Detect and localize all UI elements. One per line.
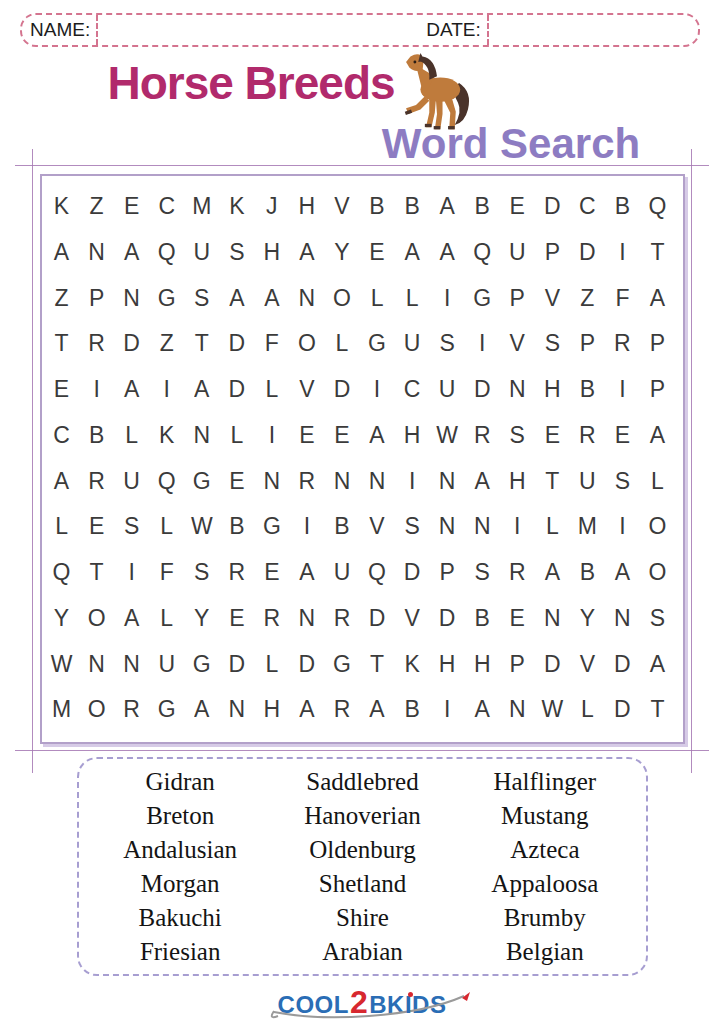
grid-cell-r8c5[interactable]: W [184,503,219,551]
grid-cell-r8c13[interactable]: N [465,503,500,551]
grid-cell-r4c6[interactable]: D [219,320,254,368]
grid-cell-r9c16[interactable]: B [570,549,605,597]
grid-cell-r11c9[interactable]: G [324,640,359,688]
grid-cell-r10c1[interactable]: Y [44,595,79,643]
grid-cell-r10c6[interactable]: E [219,595,254,643]
grid-cell-r7c7[interactable]: N [254,457,289,505]
grid-cell-r2c9[interactable]: Y [324,229,359,277]
logo-text-bk: BK [369,991,405,1019]
grid-cell-r2c7[interactable]: H [254,229,289,277]
date-input[interactable] [487,15,698,45]
grid-cell-r12c4[interactable]: G [149,686,184,734]
grid-cell-r8c1[interactable]: L [44,503,79,551]
grid-cell-r9c8[interactable]: A [289,549,324,597]
grid-cell-r3c1[interactable]: Z [44,274,79,322]
grid-cell-r8c14[interactable]: I [500,503,535,551]
grid-cell-r1c18[interactable]: Q [640,183,675,231]
grid-cell-r9c3[interactable]: I [114,549,149,597]
grid-cell-r6c15[interactable]: E [535,412,570,460]
grid-cell-r6c14[interactable]: S [500,412,535,460]
grid-cell-r6c13[interactable]: R [465,412,500,460]
grid-cell-r9c18[interactable]: O [640,549,675,597]
grid-cell-r8c12[interactable]: N [430,503,465,551]
grid-cell-r9c4[interactable]: F [149,549,184,597]
grid-cell-r2c3[interactable]: A [114,229,149,277]
grid-cell-r10c15[interactable]: N [535,595,570,643]
frame-right-line [691,149,692,773]
grid-cell-r11c8[interactable]: D [289,640,324,688]
grid-cell-r2c15[interactable]: P [535,229,570,277]
cool2bkids-logo: COOL2BKIDS [278,984,447,1021]
grid-cell-r11c18[interactable]: A [640,640,675,688]
grid-cell-r9c6[interactable]: R [219,549,254,597]
grid-cell-r4c2[interactable]: R [79,320,114,368]
grid-cell-r3c17[interactable]: F [605,274,640,322]
grid-cell-r4c11[interactable]: U [395,320,430,368]
grid-cell-r5c5[interactable]: A [184,366,219,414]
grid-cell-r12c10[interactable]: A [360,686,395,734]
grid-cell-r2c10[interactable]: E [360,229,395,277]
grid-cell-r9c13[interactable]: S [465,549,500,597]
grid-cell-r3c12[interactable]: I [430,274,465,322]
grid-cell-r1c17[interactable]: B [605,183,640,231]
grid-cell-r9c17[interactable]: A [605,549,640,597]
grid-cell-r4c14[interactable]: V [500,320,535,368]
grid-cell-r8c3[interactable]: S [114,503,149,551]
grid-cell-r8c16[interactable]: M [570,503,605,551]
grid-cell-r12c11[interactable]: B [395,686,430,734]
grid-cell-r5c17[interactable]: I [605,366,640,414]
grid-cell-r6c5[interactable]: N [184,412,219,460]
grid-cell-r6c3[interactable]: L [114,412,149,460]
letter-grid: KZECMKJHVBBABEDCBQANAQUSHAYEAAQUPDITZPNG… [42,176,683,742]
grid-cell-r7c16[interactable]: U [570,457,605,505]
grid-cell-r6c9[interactable]: E [324,412,359,460]
grid-cell-r10c8[interactable]: N [289,595,324,643]
name-input[interactable] [96,15,418,45]
grid-cell-r6c8[interactable]: E [289,412,324,460]
grid-cell-r11c6[interactable]: D [219,640,254,688]
grid-cell-r3c7[interactable]: A [254,274,289,322]
grid-cell-r2c5[interactable]: U [184,229,219,277]
grid-cell-r10c11[interactable]: V [395,595,430,643]
logo-text-cool: COOL [278,991,349,1019]
word-item-halflinger: Halflinger [454,765,636,799]
grid-cell-r12c13[interactable]: A [465,686,500,734]
grid-cell-r11c14[interactable]: P [500,640,535,688]
grid-cell-r5c4[interactable]: I [149,366,184,414]
grid-cell-r8c6[interactable]: B [219,503,254,551]
grid-cell-r11c2[interactable]: N [79,640,114,688]
grid-cell-r11c13[interactable]: H [465,640,500,688]
grid-cell-r11c12[interactable]: H [430,640,465,688]
grid-cell-r5c14[interactable]: N [500,366,535,414]
grid-cell-r6c18[interactable]: A [640,412,675,460]
grid-cell-r12c8[interactable]: A [289,686,324,734]
grid-cell-r5c7[interactable]: L [254,366,289,414]
word-item-brumby: Brumby [454,900,636,934]
grid-cell-r4c1[interactable]: T [44,320,79,368]
grid-cell-r9c9[interactable]: U [324,549,359,597]
worksheet-page: NAME: DATE: Horse Breeds [0,0,724,1024]
grid-cell-r7c4[interactable]: Q [149,457,184,505]
word-list-box: GidranSaddlebredHalflingerBretonHanoveri… [77,757,648,976]
grid-cell-r12c5[interactable]: A [184,686,219,734]
grid-cell-r6c16[interactable]: R [570,412,605,460]
grid-cell-r9c2[interactable]: T [79,549,114,597]
grid-cell-r10c3[interactable]: A [114,595,149,643]
grid-cell-r12c7[interactable]: H [254,686,289,734]
grid-cell-r3c15[interactable]: V [535,274,570,322]
grid-cell-r2c11[interactable]: A [395,229,430,277]
grid-cell-r2c8[interactable]: A [289,229,324,277]
word-list: GidranSaddlebredHalflingerBretonHanoveri… [79,759,646,974]
grid-cell-r1c9[interactable]: V [324,183,359,231]
grid-cell-r3c2[interactable]: P [79,274,114,322]
grid-cell-r2c13[interactable]: Q [465,229,500,277]
grid-cell-r4c18[interactable]: P [640,320,675,368]
grid-cell-r6c12[interactable]: W [430,412,465,460]
grid-cell-r4c15[interactable]: S [535,320,570,368]
frame-bottom-line [15,750,709,751]
grid-cell-r1c7[interactable]: J [254,183,289,231]
grid-cell-r12c18[interactable]: T [640,686,675,734]
grid-cell-r4c10[interactable]: G [360,320,395,368]
word-item-appaloosa: Appaloosa [454,866,636,900]
grid-cell-r5c15[interactable]: H [535,366,570,414]
word-item-mustang: Mustang [454,799,636,833]
grid-cell-r4c13[interactable]: I [465,320,500,368]
grid-cell-r6c7[interactable]: I [254,412,289,460]
grid-cell-r12c6[interactable]: N [219,686,254,734]
grid-cell-r11c16[interactable]: V [570,640,605,688]
word-item-hanoverian: Hanoverian [271,799,453,833]
grid-cell-r12c9[interactable]: R [324,686,359,734]
grid-cell-r7c14[interactable]: H [500,457,535,505]
grid-cell-r12c3[interactable]: R [114,686,149,734]
grid-cell-r7c11[interactable]: I [395,457,430,505]
grid-cell-r1c1[interactable]: K [44,183,79,231]
word-item-shire: Shire [271,900,453,934]
grid-cell-r5c3[interactable]: A [114,366,149,414]
grid-cell-r3c13[interactable]: G [465,274,500,322]
grid-cell-r8c4[interactable]: L [149,503,184,551]
grid-cell-r12c1[interactable]: M [44,686,79,734]
grid-cell-r2c1[interactable]: A [44,229,79,277]
grid-cell-r9c1[interactable]: Q [44,549,79,597]
grid-cell-r1c11[interactable]: B [395,183,430,231]
frame-top-line [15,165,709,166]
grid-cell-r10c7[interactable]: R [254,595,289,643]
grid-cell-r12c2[interactable]: O [79,686,114,734]
grid-cell-r4c8[interactable]: O [289,320,324,368]
grid-cell-r9c14[interactable]: R [500,549,535,597]
grid-cell-r6c1[interactable]: C [44,412,79,460]
grid-cell-r1c6[interactable]: K [219,183,254,231]
grid-cell-r1c8[interactable]: H [289,183,324,231]
date-label: DATE: [418,15,487,45]
grid-cell-r10c13[interactable]: B [465,595,500,643]
grid-cell-r8c2[interactable]: E [79,503,114,551]
grid-cell-r6c11[interactable]: H [395,412,430,460]
grid-cell-r12c15[interactable]: W [535,686,570,734]
grid-cell-r12c16[interactable]: L [570,686,605,734]
grid-cell-r5c9[interactable]: D [324,366,359,414]
grid-cell-r9c5[interactable]: S [184,549,219,597]
grid-cell-r2c6[interactable]: S [219,229,254,277]
grid-cell-r11c11[interactable]: K [395,640,430,688]
grid-cell-r7c18[interactable]: L [640,457,675,505]
grid-cell-r7c15[interactable]: T [535,457,570,505]
word-item-andalusian: Andalusian [89,833,271,867]
word-item-azteca: Azteca [454,833,636,867]
grid-cell-r7c8[interactable]: R [289,457,324,505]
grid-cell-r10c4[interactable]: L [149,595,184,643]
grid-cell-r11c3[interactable]: N [114,640,149,688]
grid-cell-r10c16[interactable]: Y [570,595,605,643]
grid-cell-r5c12[interactable]: U [430,366,465,414]
word-item-saddlebred: Saddlebred [271,765,453,799]
grid-cell-r3c9[interactable]: O [324,274,359,322]
grid-cell-r2c16[interactable]: D [570,229,605,277]
word-item-oldenburg: Oldenburg [271,833,453,867]
word-item-shetland: Shetland [271,866,453,900]
grid-cell-r6c4[interactable]: K [149,412,184,460]
word-item-bakuchi: Bakuchi [89,900,271,934]
grid-cell-r3c4[interactable]: G [149,274,184,322]
grid-cell-r1c15[interactable]: D [535,183,570,231]
name-date-bar: NAME: DATE: [20,13,700,47]
grid-cell-r10c14[interactable]: E [500,595,535,643]
grid-cell-r7c2[interactable]: R [79,457,114,505]
grid-cell-r3c18[interactable]: A [640,274,675,322]
grid-cell-r1c5[interactable]: M [184,183,219,231]
grid-cell-r9c11[interactable]: D [395,549,430,597]
grid-cell-r11c4[interactable]: U [149,640,184,688]
grid-cell-r2c2[interactable]: N [79,229,114,277]
grid-cell-r8c11[interactable]: S [395,503,430,551]
frame-left-line [32,149,33,773]
grid-cell-r9c12[interactable]: P [430,549,465,597]
grid-cell-r5c13[interactable]: D [465,366,500,414]
grid-cell-r3c8[interactable]: N [289,274,324,322]
grid-cell-r12c12[interactable]: I [430,686,465,734]
grid-cell-r6c6[interactable]: L [219,412,254,460]
grid-cell-r4c3[interactable]: D [114,320,149,368]
grid-cell-r7c5[interactable]: G [184,457,219,505]
grid-cell-r2c14[interactable]: U [500,229,535,277]
word-item-breton: Breton [89,799,271,833]
grid-cell-r8c8[interactable]: I [289,503,324,551]
word-item-arabian: Arabian [271,934,453,968]
grid-cell-r2c17[interactable]: I [605,229,640,277]
grid-cell-r10c10[interactable]: D [360,595,395,643]
grid-cell-r11c17[interactable]: D [605,640,640,688]
word-item-belgian: Belgian [454,934,636,968]
grid-cell-r4c17[interactable]: R [605,320,640,368]
grid-cell-r3c14[interactable]: P [500,274,535,322]
grid-cell-r5c18[interactable]: P [640,366,675,414]
grid-cell-r8c15[interactable]: L [535,503,570,551]
word-item-gidran: Gidran [89,765,271,799]
grid-cell-r8c17[interactable]: I [605,503,640,551]
grid-cell-r3c5[interactable]: S [184,274,219,322]
grid-cell-r3c10[interactable]: L [360,274,395,322]
grid-cell-r1c16[interactable]: C [570,183,605,231]
grid-cell-r1c14[interactable]: E [500,183,535,231]
grid-cell-r8c18[interactable]: O [640,503,675,551]
grid-cell-r12c17[interactable]: D [605,686,640,734]
puzzle-grid-box: KZECMKJHVBBABEDCBQANAQUSHAYEAAQUPDITZPNG… [40,174,685,744]
grid-cell-r3c3[interactable]: N [114,274,149,322]
grid-cell-r10c5[interactable]: Y [184,595,219,643]
logo-text-i: I [405,991,412,1019]
grid-cell-r6c10[interactable]: A [360,412,395,460]
grid-cell-r10c12[interactable]: D [430,595,465,643]
grid-cell-r5c2[interactable]: I [79,366,114,414]
grid-cell-r8c10[interactable]: V [360,503,395,551]
grid-cell-r7c12[interactable]: N [430,457,465,505]
grid-cell-r4c12[interactable]: S [430,320,465,368]
grid-cell-r2c4[interactable]: Q [149,229,184,277]
grid-cell-r7c6[interactable]: E [219,457,254,505]
grid-cell-r6c2[interactable]: B [79,412,114,460]
grid-cell-r3c16[interactable]: Z [570,274,605,322]
grid-cell-r5c10[interactable]: I [360,366,395,414]
grid-cell-r8c7[interactable]: G [254,503,289,551]
grid-cell-r7c3[interactable]: U [114,457,149,505]
logo-text-ds: DS [412,991,446,1019]
grid-cell-r1c10[interactable]: B [360,183,395,231]
grid-cell-r5c1[interactable]: E [44,366,79,414]
grid-cell-r4c5[interactable]: T [184,320,219,368]
grid-cell-r1c2[interactable]: Z [79,183,114,231]
grid-cell-r3c6[interactable]: A [219,274,254,322]
grid-cell-r11c5[interactable]: G [184,640,219,688]
grid-cell-r4c9[interactable]: L [324,320,359,368]
grid-cell-r5c8[interactable]: V [289,366,324,414]
word-item-friesian: Friesian [89,934,271,968]
word-item-morgan: Morgan [89,866,271,900]
grid-cell-r1c13[interactable]: B [465,183,500,231]
grid-cell-r10c9[interactable]: R [324,595,359,643]
footer: COOL2BKIDS [0,984,724,1024]
grid-cell-r9c7[interactable]: E [254,549,289,597]
logo-text-two: 2 [350,984,368,1021]
page-title: Horse Breeds [96,56,406,110]
grid-cell-r8c9[interactable]: B [324,503,359,551]
grid-cell-r1c3[interactable]: E [114,183,149,231]
grid-cell-r4c4[interactable]: Z [149,320,184,368]
grid-cell-r11c1[interactable]: W [44,640,79,688]
grid-cell-r1c12[interactable]: A [430,183,465,231]
grid-cell-r5c16[interactable]: B [570,366,605,414]
grid-cell-r10c17[interactable]: N [605,595,640,643]
grid-cell-r3c11[interactable]: L [395,274,430,322]
grid-cell-r2c18[interactable]: T [640,229,675,277]
grid-cell-r11c15[interactable]: D [535,640,570,688]
grid-cell-r4c16[interactable]: P [570,320,605,368]
grid-cell-r7c17[interactable]: S [605,457,640,505]
grid-cell-r7c13[interactable]: A [465,457,500,505]
grid-cell-r11c10[interactable]: T [360,640,395,688]
grid-cell-r10c18[interactable]: S [640,595,675,643]
grid-cell-r9c15[interactable]: A [535,549,570,597]
grid-cell-r1c4[interactable]: C [149,183,184,231]
grid-cell-r4c7[interactable]: F [254,320,289,368]
grid-cell-r7c1[interactable]: A [44,457,79,505]
grid-cell-r7c9[interactable]: N [324,457,359,505]
grid-cell-r12c14[interactable]: N [500,686,535,734]
grid-cell-r7c10[interactable]: N [360,457,395,505]
grid-cell-r10c2[interactable]: O [79,595,114,643]
name-label: NAME: [22,15,96,45]
grid-cell-r11c7[interactable]: L [254,640,289,688]
grid-cell-r2c12[interactable]: A [430,229,465,277]
grid-cell-r5c11[interactable]: C [395,366,430,414]
page-subtitle: Word Search [362,120,660,168]
grid-cell-r5c6[interactable]: D [219,366,254,414]
grid-cell-r9c10[interactable]: Q [360,549,395,597]
grid-cell-r6c17[interactable]: E [605,412,640,460]
